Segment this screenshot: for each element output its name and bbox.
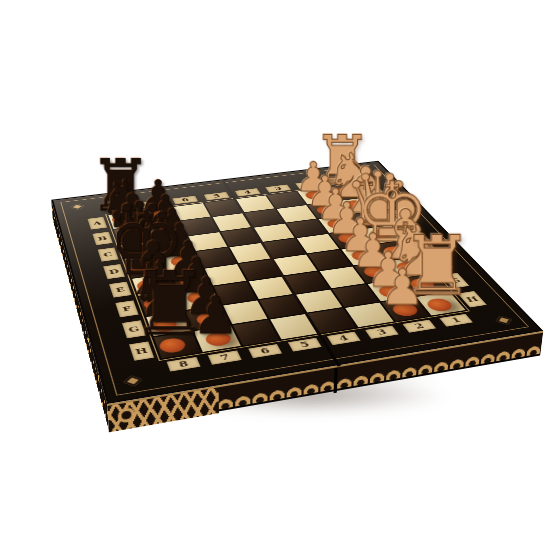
coord-rank-near-3: 3: [365, 326, 399, 339]
corner-inlay: [70, 204, 84, 210]
coord-rank-near-2: 2: [402, 320, 436, 333]
coord-rank-near-7: 7: [208, 350, 242, 364]
black-rook-h8[interactable]: ♜: [138, 257, 202, 344]
chess-board: AABBCCDDEEFFGGHH8877665544332211 ♜♞♝♛♚♝♞…: [51, 161, 543, 404]
scene: AABBCCDDEEFFGGHH8877665544332211 ♜♞♝♛♚♝♞…: [0, 0, 550, 550]
white-pawn-h2[interactable]: ♟: [372, 259, 433, 309]
square-e5[interactable]: [239, 259, 282, 280]
corner-inlay: [496, 316, 512, 325]
coord-rank-near-6: 6: [248, 344, 282, 358]
square-f4[interactable]: [285, 271, 330, 293]
coord-rank-near-8: 8: [167, 357, 201, 372]
fold-seam-front: [334, 367, 338, 393]
square-f5[interactable]: [249, 276, 293, 298]
square-g5[interactable]: [259, 295, 305, 319]
square-h5[interactable]: [271, 314, 319, 339]
coord-rank-near-1: 1: [439, 314, 473, 327]
square-h4[interactable]: [308, 308, 356, 333]
chess-set-photo: AABBCCDDEEFFGGHH8877665544332211 ♜♞♝♛♚♝♞…: [0, 0, 550, 550]
coord-rank-near-4: 4: [327, 332, 361, 346]
corner-inlay: [124, 376, 143, 387]
square-g4[interactable]: [296, 289, 342, 312]
coord-rank-near-5: 5: [288, 338, 322, 352]
